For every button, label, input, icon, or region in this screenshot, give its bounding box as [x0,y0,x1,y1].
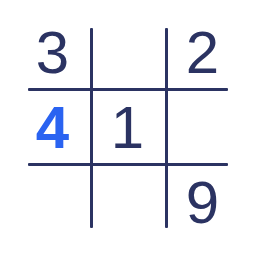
grid-line-vertical-left [90,28,93,228]
cell-r3c1[interactable] [15,165,90,240]
grid-line-horizontal-top [28,88,228,91]
grid-line-vertical-right [165,28,168,228]
cell-r3c2[interactable] [90,165,165,240]
sudoku-grid: 3 2 4 1 9 [15,15,240,240]
cell-r2c1[interactable]: 4 [15,90,90,165]
grid-line-horizontal-bottom [28,163,228,166]
cell-r2c2[interactable]: 1 [90,90,165,165]
cell-r1c2[interactable] [90,15,165,90]
cell-r1c3[interactable]: 2 [165,15,240,90]
cell-r2c3[interactable] [165,90,240,165]
sudoku-board: 3 2 4 1 9 [0,0,256,256]
cell-r3c3[interactable]: 9 [165,165,240,240]
cell-r1c1[interactable]: 3 [15,15,90,90]
